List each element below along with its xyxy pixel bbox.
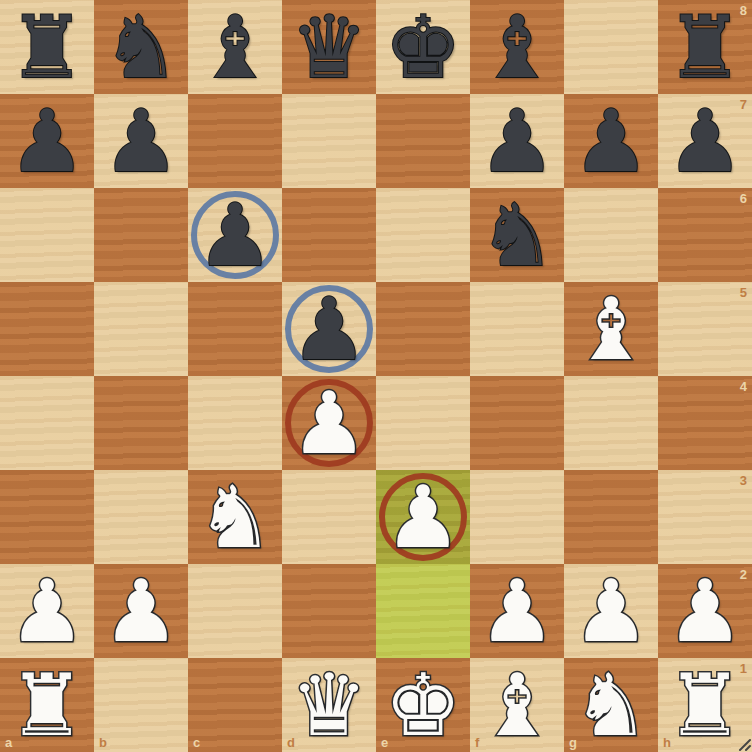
piece-white-bishop[interactable]: ♝ — [564, 282, 658, 376]
piece-black-pawn[interactable]: ♟ — [470, 94, 564, 188]
piece-black-pawn[interactable]: ♟ — [658, 94, 752, 188]
piece-white-pawn[interactable]: ♟ — [376, 470, 470, 564]
square-a5[interactable] — [0, 282, 94, 376]
piece-black-knight[interactable]: ♞ — [470, 188, 564, 282]
square-c3[interactable]: ♞ — [188, 470, 282, 564]
piece-black-rook[interactable]: ♜ — [0, 0, 94, 94]
piece-white-pawn[interactable]: ♟ — [0, 564, 94, 658]
square-e6[interactable] — [376, 188, 470, 282]
piece-white-queen[interactable]: ♛ — [282, 658, 376, 752]
piece-black-rook[interactable]: ♜ — [658, 0, 752, 94]
piece-black-pawn[interactable]: ♟ — [282, 282, 376, 376]
square-c5[interactable] — [188, 282, 282, 376]
piece-white-pawn[interactable]: ♟ — [94, 564, 188, 658]
square-a3[interactable] — [0, 470, 94, 564]
square-g3[interactable] — [564, 470, 658, 564]
piece-white-knight[interactable]: ♞ — [188, 470, 282, 564]
piece-white-pawn[interactable]: ♟ — [658, 564, 752, 658]
piece-black-king[interactable]: ♚ — [376, 0, 470, 94]
square-f2[interactable]: ♟ — [470, 564, 564, 658]
square-a2[interactable]: ♟ — [0, 564, 94, 658]
square-a8[interactable]: ♜ — [0, 0, 94, 94]
piece-black-knight[interactable]: ♞ — [94, 0, 188, 94]
square-c1[interactable]: c — [188, 658, 282, 752]
square-c7[interactable] — [188, 94, 282, 188]
piece-white-pawn[interactable]: ♟ — [470, 564, 564, 658]
square-g5[interactable]: ♝ — [564, 282, 658, 376]
piece-black-bishop[interactable]: ♝ — [470, 0, 564, 94]
piece-white-pawn[interactable]: ♟ — [282, 376, 376, 470]
square-c4[interactable] — [188, 376, 282, 470]
rank-label-5: 5 — [740, 285, 747, 300]
square-e4[interactable] — [376, 376, 470, 470]
square-g6[interactable] — [564, 188, 658, 282]
square-d5[interactable]: ♟ — [282, 282, 376, 376]
square-a7[interactable]: ♟ — [0, 94, 94, 188]
square-a1[interactable]: ♜a — [0, 658, 94, 752]
chess-board: ♜♞♝♛♚♝♜8♟♟♟♟♟7♟♞6♟♝5♟4♞♟3♟♟♟♟♟2♜abc♛d♚e♝… — [0, 0, 752, 752]
board-resize-handle-icon[interactable] — [735, 735, 751, 751]
square-c2[interactable] — [188, 564, 282, 658]
square-b6[interactable] — [94, 188, 188, 282]
file-label-b: b — [99, 735, 107, 750]
square-h6[interactable]: 6 — [658, 188, 752, 282]
piece-black-bishop[interactable]: ♝ — [188, 0, 282, 94]
square-d6[interactable] — [282, 188, 376, 282]
square-h5[interactable]: 5 — [658, 282, 752, 376]
square-b8[interactable]: ♞ — [94, 0, 188, 94]
square-h2[interactable]: ♟2 — [658, 564, 752, 658]
piece-white-king[interactable]: ♚ — [376, 658, 470, 752]
square-g7[interactable]: ♟ — [564, 94, 658, 188]
square-b2[interactable]: ♟ — [94, 564, 188, 658]
rank-label-3: 3 — [740, 473, 747, 488]
square-h8[interactable]: ♜8 — [658, 0, 752, 94]
square-f6[interactable]: ♞ — [470, 188, 564, 282]
square-f1[interactable]: ♝f — [470, 658, 564, 752]
square-h3[interactable]: 3 — [658, 470, 752, 564]
square-g1[interactable]: ♞g — [564, 658, 658, 752]
square-c8[interactable]: ♝ — [188, 0, 282, 94]
square-g8[interactable] — [564, 0, 658, 94]
square-e8[interactable]: ♚ — [376, 0, 470, 94]
square-e5[interactable] — [376, 282, 470, 376]
square-e2[interactable] — [376, 564, 470, 658]
square-d4[interactable]: ♟ — [282, 376, 376, 470]
square-d3[interactable] — [282, 470, 376, 564]
square-a6[interactable] — [0, 188, 94, 282]
square-f7[interactable]: ♟ — [470, 94, 564, 188]
square-e3[interactable]: ♟ — [376, 470, 470, 564]
square-f4[interactable] — [470, 376, 564, 470]
piece-black-pawn[interactable]: ♟ — [188, 188, 282, 282]
square-e1[interactable]: ♚e — [376, 658, 470, 752]
square-f3[interactable] — [470, 470, 564, 564]
square-f5[interactable] — [470, 282, 564, 376]
piece-white-knight[interactable]: ♞ — [564, 658, 658, 752]
square-f8[interactable]: ♝ — [470, 0, 564, 94]
square-b4[interactable] — [94, 376, 188, 470]
square-h4[interactable]: 4 — [658, 376, 752, 470]
piece-black-queen[interactable]: ♛ — [282, 0, 376, 94]
square-d2[interactable] — [282, 564, 376, 658]
piece-white-pawn[interactable]: ♟ — [564, 564, 658, 658]
piece-black-pawn[interactable]: ♟ — [564, 94, 658, 188]
square-b1[interactable]: b — [94, 658, 188, 752]
square-d8[interactable]: ♛ — [282, 0, 376, 94]
square-d7[interactable] — [282, 94, 376, 188]
rank-label-6: 6 — [740, 191, 747, 206]
square-c6[interactable]: ♟ — [188, 188, 282, 282]
square-a4[interactable] — [0, 376, 94, 470]
square-g2[interactable]: ♟ — [564, 564, 658, 658]
rank-label-4: 4 — [740, 379, 747, 394]
piece-white-bishop[interactable]: ♝ — [470, 658, 564, 752]
piece-black-pawn[interactable]: ♟ — [94, 94, 188, 188]
square-g4[interactable] — [564, 376, 658, 470]
square-b7[interactable]: ♟ — [94, 94, 188, 188]
piece-white-rook[interactable]: ♜ — [0, 658, 94, 752]
file-label-c: c — [193, 735, 200, 750]
square-b3[interactable] — [94, 470, 188, 564]
square-d1[interactable]: ♛d — [282, 658, 376, 752]
square-h7[interactable]: ♟7 — [658, 94, 752, 188]
square-e7[interactable] — [376, 94, 470, 188]
piece-black-pawn[interactable]: ♟ — [0, 94, 94, 188]
square-b5[interactable] — [94, 282, 188, 376]
